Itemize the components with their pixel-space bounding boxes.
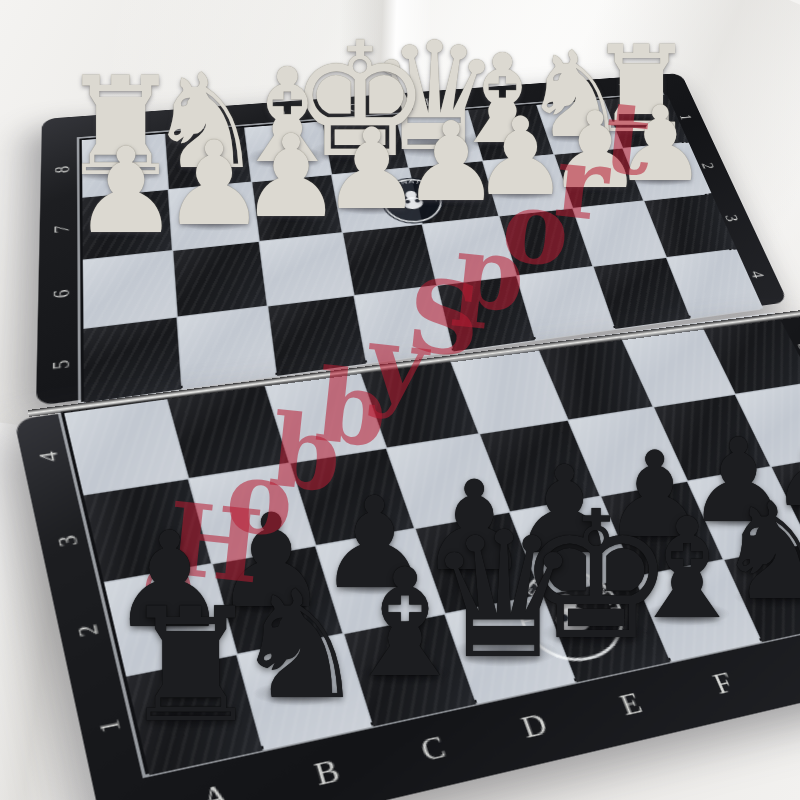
piece-ground-shadow — [562, 175, 627, 193]
piece-ground-shadow — [436, 556, 513, 577]
piece-ground-shadow — [78, 159, 163, 182]
piece-ground-shadow — [142, 703, 240, 730]
square-b6 — [173, 242, 267, 317]
piece-ground-shadow — [604, 118, 678, 138]
piece-ground-shadow — [247, 146, 328, 168]
square-c5 — [268, 296, 366, 376]
piece-ground-shadow — [128, 611, 210, 633]
piece-ground-shadow — [487, 181, 554, 199]
piece-ground-shadow — [337, 196, 406, 215]
piece-ground-shadow — [165, 153, 246, 175]
piece-ground-shadow — [417, 188, 485, 207]
piece-ground-shadow — [628, 168, 692, 186]
square-d5 — [355, 286, 453, 363]
rank-label-right: 3 — [693, 202, 772, 235]
chess-set-photo: 81726354ABCDEFGH INTERNATIONAL 45362718A… — [0, 0, 800, 800]
piece-ground-shadow — [644, 602, 730, 626]
piece-ground-shadow — [450, 637, 558, 667]
piece-ground-shadow — [178, 211, 250, 231]
piece-ground-shadow — [359, 660, 451, 685]
square-b5 — [178, 307, 276, 389]
piece-ground-shadow — [541, 618, 650, 648]
square-d6 — [343, 225, 436, 295]
piece-ground-shadow — [231, 592, 311, 614]
piece-ground-shadow — [527, 539, 602, 560]
piece-ground-shadow — [256, 203, 327, 222]
piece-ground-shadow — [335, 574, 413, 595]
square-c6 — [260, 233, 353, 305]
